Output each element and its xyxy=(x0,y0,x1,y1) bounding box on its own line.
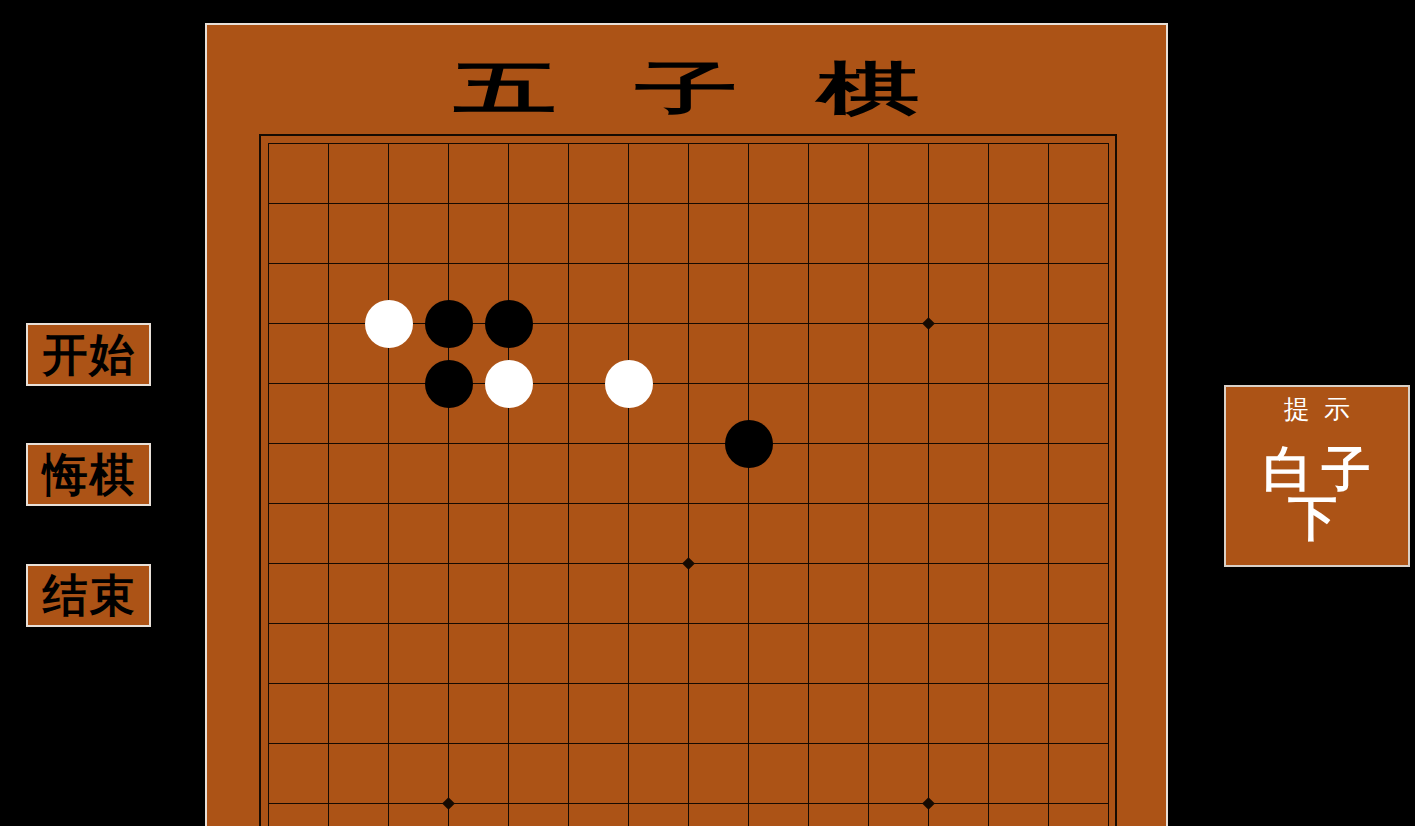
hint-title: 提示 xyxy=(1226,396,1408,422)
start-button[interactable]: 开始 xyxy=(26,323,151,386)
title-char-1: 五 xyxy=(453,59,556,116)
title-char-3: 棋 xyxy=(817,59,920,116)
star-point xyxy=(922,797,935,810)
star-point xyxy=(442,797,455,810)
board-frame xyxy=(259,134,1117,826)
black-stone xyxy=(485,300,533,348)
star-point xyxy=(682,557,695,570)
black-stone xyxy=(425,300,473,348)
undo-button[interactable]: 悔棋 xyxy=(26,443,151,506)
turn-indicator: 白子下 xyxy=(1226,445,1408,543)
app-title: 五 子 棋 xyxy=(0,59,1415,116)
white-stone xyxy=(485,360,533,408)
black-stone xyxy=(425,360,473,408)
app-window: 五 子 棋 开始 悔棋 结束 提示 白子下 xyxy=(0,0,1415,826)
hint-panel: 提示 白子下 xyxy=(1224,385,1410,567)
star-point xyxy=(922,317,935,330)
black-stone xyxy=(725,420,773,468)
end-button[interactable]: 结束 xyxy=(26,564,151,627)
board-grid[interactable] xyxy=(268,143,1109,826)
white-stone xyxy=(365,300,413,348)
title-char-2: 子 xyxy=(635,59,738,116)
game-panel: 五 子 棋 xyxy=(205,23,1168,826)
white-stone xyxy=(605,360,653,408)
